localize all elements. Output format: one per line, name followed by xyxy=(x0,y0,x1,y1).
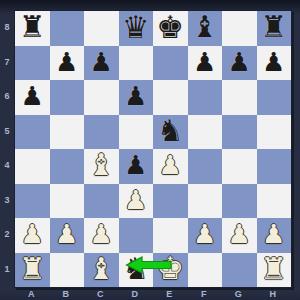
square-h3[interactable] xyxy=(257,184,292,219)
square-f1[interactable] xyxy=(188,253,223,288)
file-label-d: D xyxy=(118,287,153,300)
piece-black-pawn[interactable]: ♟ xyxy=(21,83,44,109)
file-labels: ABCDEFGH xyxy=(14,287,290,300)
square-a5[interactable] xyxy=(15,115,50,150)
square-f4[interactable] xyxy=(188,149,223,184)
square-e4[interactable]: ♟ xyxy=(153,149,188,184)
piece-black-king[interactable]: ♚ xyxy=(156,12,184,43)
square-c5[interactable] xyxy=(84,115,119,150)
square-h7[interactable]: ♟ xyxy=(257,46,292,81)
rank-label-4: 4 xyxy=(0,148,14,183)
piece-black-pawn[interactable]: ♟ xyxy=(193,49,216,75)
piece-black-queen[interactable]: ♛ xyxy=(122,12,150,43)
square-g3[interactable] xyxy=(222,184,257,219)
square-h5[interactable] xyxy=(257,115,292,150)
square-c2[interactable]: ♟ xyxy=(84,218,119,253)
rank-label-7: 7 xyxy=(0,45,14,80)
piece-white-king[interactable]: ♚ xyxy=(156,253,184,284)
piece-black-pawn[interactable]: ♟ xyxy=(124,152,147,178)
square-d2[interactable] xyxy=(119,218,154,253)
square-a6[interactable]: ♟ xyxy=(15,80,50,115)
piece-white-pawn[interactable]: ♟ xyxy=(124,187,147,213)
rank-label-3: 3 xyxy=(0,183,14,218)
piece-white-pawn[interactable]: ♟ xyxy=(193,221,216,247)
square-h2[interactable]: ♟ xyxy=(257,218,292,253)
square-e6[interactable] xyxy=(153,80,188,115)
piece-white-pawn[interactable]: ♟ xyxy=(262,221,285,247)
square-g8[interactable] xyxy=(222,11,257,46)
square-c7[interactable]: ♟ xyxy=(84,46,119,81)
square-f5[interactable] xyxy=(188,115,223,150)
square-a4[interactable] xyxy=(15,149,50,184)
file-label-b: B xyxy=(49,287,84,300)
square-b5[interactable] xyxy=(50,115,85,150)
square-b7[interactable]: ♟ xyxy=(50,46,85,81)
square-g1[interactable] xyxy=(222,253,257,288)
piece-black-knight[interactable]: ♞ xyxy=(122,254,149,284)
square-e3[interactable] xyxy=(153,184,188,219)
piece-white-pawn[interactable]: ♟ xyxy=(159,152,182,178)
square-d5[interactable] xyxy=(119,115,154,150)
square-d6[interactable]: ♟ xyxy=(119,80,154,115)
file-label-c: C xyxy=(83,287,118,300)
piece-black-pawn[interactable]: ♟ xyxy=(262,49,285,75)
piece-white-bishop[interactable]: ♝ xyxy=(88,150,115,180)
piece-black-pawn[interactable]: ♟ xyxy=(90,49,113,75)
square-a2[interactable]: ♟ xyxy=(15,218,50,253)
square-b4[interactable] xyxy=(50,149,85,184)
square-h1[interactable]: ♜ xyxy=(257,253,292,288)
rank-label-6: 6 xyxy=(0,79,14,114)
chess-board[interactable]: ♜♛♚♝♜♟♟♟♟♟♟♟♞♝♟♟♟♟♟♟♟♟♟♜♝♞♚♜ xyxy=(14,10,292,288)
square-g5[interactable] xyxy=(222,115,257,150)
piece-white-pawn[interactable]: ♟ xyxy=(90,221,113,247)
square-a8[interactable]: ♜ xyxy=(15,11,50,46)
square-f2[interactable]: ♟ xyxy=(188,218,223,253)
square-b6[interactable] xyxy=(50,80,85,115)
square-f7[interactable]: ♟ xyxy=(188,46,223,81)
square-b3[interactable] xyxy=(50,184,85,219)
square-d3[interactable]: ♟ xyxy=(119,184,154,219)
square-h6[interactable] xyxy=(257,80,292,115)
square-e2[interactable] xyxy=(153,218,188,253)
rank-label-5: 5 xyxy=(0,114,14,149)
square-h8[interactable]: ♜ xyxy=(257,11,292,46)
piece-white-pawn[interactable]: ♟ xyxy=(55,221,78,247)
square-a1[interactable]: ♜ xyxy=(15,253,50,288)
rank-labels: 87654321 xyxy=(0,10,14,286)
chess-app-window: 87654321 ♜♛♚♝♜♟♟♟♟♟♟♟♞♝♟♟♟♟♟♟♟♟♟♜♝♞♚♜ AB… xyxy=(0,0,300,300)
piece-black-pawn[interactable]: ♟ xyxy=(124,83,147,109)
square-c8[interactable] xyxy=(84,11,119,46)
square-f8[interactable]: ♝ xyxy=(188,11,223,46)
piece-white-pawn[interactable]: ♟ xyxy=(21,221,44,247)
square-d8[interactable]: ♛ xyxy=(119,11,154,46)
square-f3[interactable] xyxy=(188,184,223,219)
square-c3[interactable] xyxy=(84,184,119,219)
rank-label-1: 1 xyxy=(0,252,14,287)
piece-white-bishop[interactable]: ♝ xyxy=(88,254,115,284)
file-label-f: F xyxy=(187,287,222,300)
square-c6[interactable] xyxy=(84,80,119,115)
square-d7[interactable] xyxy=(119,46,154,81)
square-d1[interactable]: ♞ xyxy=(119,253,154,288)
file-label-e: E xyxy=(152,287,187,300)
square-d4[interactable]: ♟ xyxy=(119,149,154,184)
piece-black-pawn[interactable]: ♟ xyxy=(228,49,251,75)
square-g7[interactable]: ♟ xyxy=(222,46,257,81)
piece-black-pawn[interactable]: ♟ xyxy=(55,49,78,75)
piece-white-rook[interactable]: ♜ xyxy=(19,254,46,284)
piece-black-knight[interactable]: ♞ xyxy=(157,116,184,146)
square-e1[interactable]: ♚ xyxy=(153,253,188,288)
file-label-h: H xyxy=(256,287,291,300)
piece-white-rook[interactable]: ♜ xyxy=(260,254,287,284)
square-h4[interactable] xyxy=(257,149,292,184)
square-e8[interactable]: ♚ xyxy=(153,11,188,46)
square-b2[interactable]: ♟ xyxy=(50,218,85,253)
square-g6[interactable] xyxy=(222,80,257,115)
square-a3[interactable] xyxy=(15,184,50,219)
file-label-g: G xyxy=(221,287,256,300)
square-b1[interactable] xyxy=(50,253,85,288)
square-a7[interactable] xyxy=(15,46,50,81)
file-label-a: A xyxy=(14,287,49,300)
rank-label-8: 8 xyxy=(0,10,14,45)
piece-black-rook[interactable]: ♜ xyxy=(19,12,46,42)
piece-white-pawn[interactable]: ♟ xyxy=(228,221,251,247)
square-c1[interactable]: ♝ xyxy=(84,253,119,288)
square-g4[interactable] xyxy=(222,149,257,184)
square-g2[interactable]: ♟ xyxy=(222,218,257,253)
piece-black-rook[interactable]: ♜ xyxy=(260,12,287,42)
square-b8[interactable] xyxy=(50,11,85,46)
rank-label-2: 2 xyxy=(0,217,14,252)
square-e5[interactable]: ♞ xyxy=(153,115,188,150)
square-e7[interactable] xyxy=(153,46,188,81)
piece-black-bishop[interactable]: ♝ xyxy=(191,12,218,42)
square-c4[interactable]: ♝ xyxy=(84,149,119,184)
square-f6[interactable] xyxy=(188,80,223,115)
